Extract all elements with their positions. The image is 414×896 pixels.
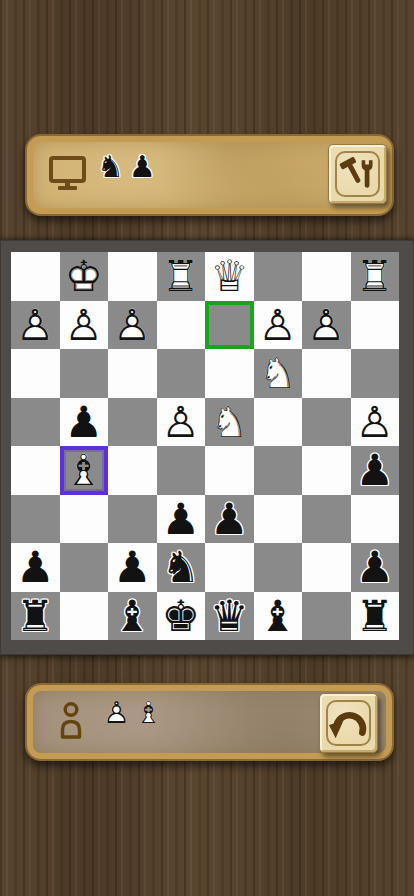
square-e3[interactable] <box>157 349 206 398</box>
square-d1[interactable]: ♛♕ <box>205 252 254 301</box>
black-pawn[interactable]: ♟ <box>60 398 109 447</box>
tools-button[interactable] <box>328 144 387 204</box>
square-g6[interactable] <box>60 495 109 544</box>
chess-board: ♚♔♜♖♛♕♜♖♟♙♟♙♟♙♟♙♟♙♞♘♟♟♙♞♘♟♙♝♗♟♟♟♟♟♞♟♜♝♚♛… <box>11 252 399 640</box>
square-a1[interactable]: ♜♖ <box>351 252 400 301</box>
black-pawn[interactable]: ♟ <box>351 446 400 495</box>
square-f6[interactable] <box>108 495 157 544</box>
square-b2[interactable]: ♟♙ <box>302 301 351 350</box>
square-d8[interactable]: ♛ <box>205 592 254 641</box>
opponent-captured-tray: ♞♟ <box>97 136 156 227</box>
player-captured-tray: ♟♙♝♗ <box>103 685 162 769</box>
square-f8[interactable]: ♝ <box>108 592 157 641</box>
square-g2[interactable]: ♟♙ <box>60 301 109 350</box>
square-b1[interactable] <box>302 252 351 301</box>
square-h1[interactable] <box>11 252 60 301</box>
black-pawn[interactable]: ♟ <box>157 495 206 544</box>
square-e8[interactable]: ♚ <box>157 592 206 641</box>
square-f2[interactable]: ♟♙ <box>108 301 157 350</box>
square-d4[interactable]: ♞♘ <box>205 398 254 447</box>
square-g5[interactable]: ♝♗ <box>60 446 109 495</box>
white-pawn[interactable]: ♟♙ <box>157 398 206 447</box>
square-b4[interactable] <box>302 398 351 447</box>
square-f5[interactable] <box>108 446 157 495</box>
white-pawn[interactable]: ♟♙ <box>11 301 60 350</box>
square-f3[interactable] <box>108 349 157 398</box>
square-e4[interactable]: ♟♙ <box>157 398 206 447</box>
square-a3[interactable] <box>351 349 400 398</box>
person-icon <box>58 701 84 743</box>
player-panel: ♟♙♝♗ <box>25 683 394 761</box>
square-b6[interactable] <box>302 495 351 544</box>
white-pawn[interactable]: ♟♙ <box>302 301 351 350</box>
square-h7[interactable]: ♟ <box>11 543 60 592</box>
square-c3[interactable]: ♞♘ <box>254 349 303 398</box>
square-c7[interactable] <box>254 543 303 592</box>
square-f4[interactable] <box>108 398 157 447</box>
white-rook[interactable]: ♜♖ <box>157 252 206 301</box>
black-bishop[interactable]: ♝ <box>108 592 157 641</box>
white-pawn[interactable]: ♟♙ <box>108 301 157 350</box>
square-h5[interactable] <box>11 446 60 495</box>
opponent-panel: ♞♟ <box>25 134 394 216</box>
square-b3[interactable] <box>302 349 351 398</box>
white-bishop: ♝♗ <box>135 695 162 731</box>
chess-board-frame: ♚♔♜♖♛♕♜♖♟♙♟♙♟♙♟♙♟♙♞♘♟♟♙♞♘♟♙♝♗♟♟♟♟♟♞♟♜♝♚♛… <box>0 240 414 655</box>
white-pawn: ♟♙ <box>103 695 130 731</box>
white-knight[interactable]: ♞♘ <box>254 349 303 398</box>
white-knight[interactable]: ♞♘ <box>205 398 254 447</box>
square-e2[interactable] <box>157 301 206 350</box>
chess-app-screen: { "game": "chess", "position": { "fen": … <box>0 0 414 896</box>
black-king[interactable]: ♚ <box>157 592 206 641</box>
square-c2[interactable]: ♟♙ <box>254 301 303 350</box>
square-d6[interactable]: ♟ <box>205 495 254 544</box>
square-g4[interactable]: ♟ <box>60 398 109 447</box>
square-a5[interactable]: ♟ <box>351 446 400 495</box>
square-a7[interactable]: ♟ <box>351 543 400 592</box>
white-pawn[interactable]: ♟♙ <box>351 398 400 447</box>
square-c6[interactable] <box>254 495 303 544</box>
square-h3[interactable] <box>11 349 60 398</box>
square-d7[interactable] <box>205 543 254 592</box>
square-c4[interactable] <box>254 398 303 447</box>
square-a8[interactable]: ♜ <box>351 592 400 641</box>
square-d2[interactable] <box>205 301 254 350</box>
square-g8[interactable] <box>60 592 109 641</box>
black-queen[interactable]: ♛ <box>205 592 254 641</box>
square-a6[interactable] <box>351 495 400 544</box>
white-queen[interactable]: ♛♕ <box>205 252 254 301</box>
square-c5[interactable] <box>254 446 303 495</box>
square-d3[interactable] <box>205 349 254 398</box>
square-h2[interactable]: ♟♙ <box>11 301 60 350</box>
square-e1[interactable]: ♜♖ <box>157 252 206 301</box>
black-rook[interactable]: ♜ <box>11 592 60 641</box>
white-pawn[interactable]: ♟♙ <box>60 301 109 350</box>
square-b5[interactable] <box>302 446 351 495</box>
square-g7[interactable] <box>60 543 109 592</box>
square-e5[interactable] <box>157 446 206 495</box>
square-b7[interactable] <box>302 543 351 592</box>
black-pawn[interactable]: ♟ <box>351 543 400 592</box>
square-b8[interactable] <box>302 592 351 641</box>
black-rook[interactable]: ♜ <box>351 592 400 641</box>
monitor-icon <box>48 155 88 197</box>
white-rook[interactable]: ♜♖ <box>351 252 400 301</box>
square-e7[interactable]: ♞ <box>157 543 206 592</box>
black-pawn[interactable]: ♟ <box>11 543 60 592</box>
white-bishop[interactable]: ♝♗ <box>60 446 109 495</box>
square-f7[interactable]: ♟ <box>108 543 157 592</box>
black-pawn[interactable]: ♟ <box>108 543 157 592</box>
square-h6[interactable] <box>11 495 60 544</box>
black-pawn: ♟ <box>129 149 156 185</box>
black-knight[interactable]: ♞ <box>157 543 206 592</box>
square-h4[interactable] <box>11 398 60 447</box>
white-pawn[interactable]: ♟♙ <box>254 301 303 350</box>
white-king[interactable]: ♚♔ <box>60 252 109 301</box>
square-g1[interactable]: ♚♔ <box>60 252 109 301</box>
square-h8[interactable]: ♜ <box>11 592 60 641</box>
undo-button[interactable] <box>319 693 378 753</box>
square-e6[interactable]: ♟ <box>157 495 206 544</box>
black-pawn[interactable]: ♟ <box>205 495 254 544</box>
black-bishop[interactable]: ♝ <box>254 592 303 641</box>
square-a2[interactable] <box>351 301 400 350</box>
square-a4[interactable]: ♟♙ <box>351 398 400 447</box>
square-c1[interactable] <box>254 252 303 301</box>
tools-icon <box>338 154 378 194</box>
undo-icon <box>328 702 370 744</box>
square-f1[interactable] <box>108 252 157 301</box>
square-c8[interactable]: ♝ <box>254 592 303 641</box>
square-d5[interactable] <box>205 446 254 495</box>
black-knight: ♞ <box>97 149 124 185</box>
square-g3[interactable] <box>60 349 109 398</box>
